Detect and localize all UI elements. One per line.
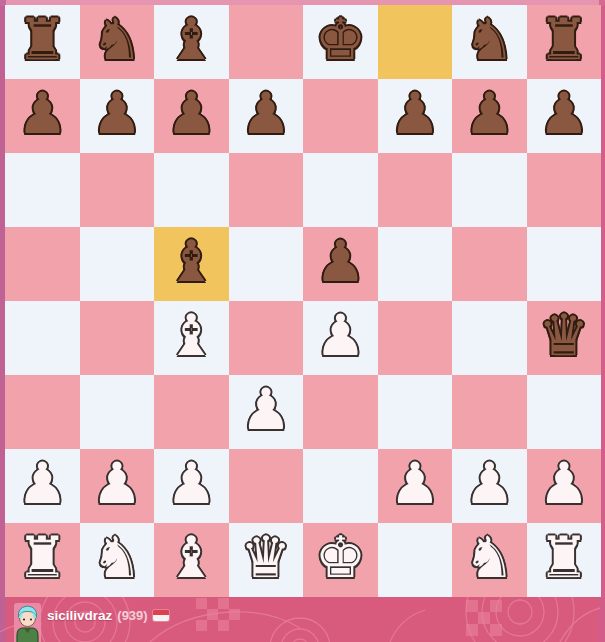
square-b3[interactable] — [80, 375, 155, 449]
square-g3[interactable] — [452, 375, 527, 449]
square-b1[interactable]: ♞ — [80, 523, 155, 597]
player-avatar[interactable] — [14, 603, 41, 642]
square-f8[interactable] — [378, 5, 453, 79]
square-g4[interactable] — [452, 301, 527, 375]
piece-black-bishop[interactable]: ♝ — [166, 5, 217, 76]
piece-white-pawn[interactable]: ♟ — [389, 449, 440, 520]
square-b5[interactable] — [80, 227, 155, 301]
app-window: ♜♞♝♚♞♜♟♟♟♟♟♟♟♝♟♝♟♛♟♟♟♟♟♟♟♜♞♝♛♚♞♜ siciliv… — [0, 0, 605, 642]
chess-board: ♜♞♝♚♞♜♟♟♟♟♟♟♟♝♟♝♟♛♟♟♟♟♟♟♟♜♞♝♛♚♞♜ — [5, 5, 601, 597]
square-f1[interactable] — [378, 523, 453, 597]
square-d6[interactable] — [229, 153, 304, 227]
square-f6[interactable] — [378, 153, 453, 227]
square-h7[interactable]: ♟ — [527, 79, 602, 153]
piece-white-queen[interactable]: ♛ — [240, 523, 291, 594]
square-e2[interactable] — [303, 449, 378, 523]
square-e6[interactable] — [303, 153, 378, 227]
square-a8[interactable]: ♜ — [5, 5, 80, 79]
square-g8[interactable]: ♞ — [452, 5, 527, 79]
square-g1[interactable]: ♞ — [452, 523, 527, 597]
player-username[interactable]: sicilivdraz — [47, 608, 112, 623]
piece-black-rook[interactable]: ♜ — [538, 5, 589, 76]
square-d2[interactable] — [229, 449, 304, 523]
square-b7[interactable]: ♟ — [80, 79, 155, 153]
player-bar: sicilivdraz (939) — [0, 597, 605, 642]
piece-black-king[interactable]: ♚ — [315, 5, 366, 76]
square-e3[interactable] — [303, 375, 378, 449]
square-c7[interactable]: ♟ — [154, 79, 229, 153]
square-c1[interactable]: ♝ — [154, 523, 229, 597]
square-e8[interactable]: ♚ — [303, 5, 378, 79]
piece-black-pawn[interactable]: ♟ — [166, 79, 217, 150]
indonesia-flag-icon — [153, 610, 169, 621]
piece-black-pawn[interactable]: ♟ — [315, 227, 366, 298]
square-f5[interactable] — [378, 227, 453, 301]
square-c6[interactable] — [154, 153, 229, 227]
square-h8[interactable]: ♜ — [527, 5, 602, 79]
piece-white-pawn[interactable]: ♟ — [240, 375, 291, 446]
square-b4[interactable] — [80, 301, 155, 375]
square-d8[interactable] — [229, 5, 304, 79]
square-c3[interactable] — [154, 375, 229, 449]
piece-white-bishop[interactable]: ♝ — [166, 523, 217, 594]
piece-black-bishop[interactable]: ♝ — [166, 227, 217, 298]
square-d7[interactable]: ♟ — [229, 79, 304, 153]
square-a5[interactable] — [5, 227, 80, 301]
square-f2[interactable]: ♟ — [378, 449, 453, 523]
piece-black-pawn[interactable]: ♟ — [389, 79, 440, 150]
piece-white-pawn[interactable]: ♟ — [17, 449, 68, 520]
square-d1[interactable]: ♛ — [229, 523, 304, 597]
square-d5[interactable] — [229, 227, 304, 301]
square-d4[interactable] — [229, 301, 304, 375]
square-c8[interactable]: ♝ — [154, 5, 229, 79]
square-g7[interactable]: ♟ — [452, 79, 527, 153]
square-e7[interactable] — [303, 79, 378, 153]
piece-white-rook[interactable]: ♜ — [17, 523, 68, 594]
piece-white-king[interactable]: ♚ — [315, 523, 366, 594]
square-a4[interactable] — [5, 301, 80, 375]
square-e5[interactable]: ♟ — [303, 227, 378, 301]
square-g2[interactable]: ♟ — [452, 449, 527, 523]
square-b2[interactable]: ♟ — [80, 449, 155, 523]
piece-black-knight[interactable]: ♞ — [464, 5, 515, 76]
square-c4[interactable]: ♝ — [154, 301, 229, 375]
square-a2[interactable]: ♟ — [5, 449, 80, 523]
piece-black-pawn[interactable]: ♟ — [17, 79, 68, 150]
piece-white-rook[interactable]: ♜ — [538, 523, 589, 594]
square-h4[interactable]: ♛ — [527, 301, 602, 375]
square-h3[interactable] — [527, 375, 602, 449]
square-h1[interactable]: ♜ — [527, 523, 602, 597]
square-d3[interactable]: ♟ — [229, 375, 304, 449]
piece-white-pawn[interactable]: ♟ — [315, 301, 366, 372]
piece-white-pawn[interactable]: ♟ — [166, 449, 217, 520]
square-h2[interactable]: ♟ — [527, 449, 602, 523]
player-rating: (939) — [117, 608, 147, 623]
piece-black-rook[interactable]: ♜ — [17, 5, 68, 76]
flag-white-stripe — [153, 615, 169, 621]
square-h6[interactable] — [527, 153, 602, 227]
piece-black-pawn[interactable]: ♟ — [464, 79, 515, 150]
square-c2[interactable]: ♟ — [154, 449, 229, 523]
piece-black-queen[interactable]: ♛ — [538, 301, 589, 372]
piece-black-pawn[interactable]: ♟ — [91, 79, 142, 150]
square-a3[interactable] — [5, 375, 80, 449]
piece-white-pawn[interactable]: ♟ — [464, 449, 515, 520]
avatar-image — [14, 603, 41, 642]
piece-white-knight[interactable]: ♞ — [464, 523, 515, 594]
piece-black-knight[interactable]: ♞ — [91, 5, 142, 76]
square-h5[interactable] — [527, 227, 602, 301]
square-f7[interactable]: ♟ — [378, 79, 453, 153]
piece-white-pawn[interactable]: ♟ — [91, 449, 142, 520]
square-b8[interactable]: ♞ — [80, 5, 155, 79]
square-g5[interactable] — [452, 227, 527, 301]
square-b6[interactable] — [80, 153, 155, 227]
piece-white-knight[interactable]: ♞ — [91, 523, 142, 594]
piece-white-pawn[interactable]: ♟ — [538, 449, 589, 520]
square-e1[interactable]: ♚ — [303, 523, 378, 597]
piece-black-pawn[interactable]: ♟ — [538, 79, 589, 150]
piece-white-bishop[interactable]: ♝ — [166, 301, 217, 372]
square-e4[interactable]: ♟ — [303, 301, 378, 375]
square-a1[interactable]: ♜ — [5, 523, 80, 597]
square-c5[interactable]: ♝ — [154, 227, 229, 301]
square-f3[interactable] — [378, 375, 453, 449]
player-info: sicilivdraz (939) — [47, 607, 169, 623]
piece-black-pawn[interactable]: ♟ — [240, 79, 291, 150]
square-g6[interactable] — [452, 153, 527, 227]
square-a6[interactable] — [5, 153, 80, 227]
square-f4[interactable] — [378, 301, 453, 375]
square-a7[interactable]: ♟ — [5, 79, 80, 153]
